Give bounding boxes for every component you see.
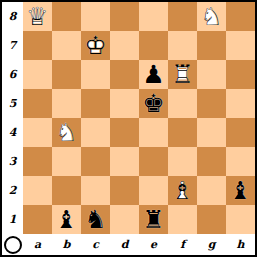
square-h7[interactable] — [226, 31, 255, 60]
piece-black-bishop[interactable]: ♝ — [226, 176, 255, 205]
square-c5[interactable] — [81, 89, 110, 118]
rank-label-7: 7 — [2, 31, 23, 60]
piece-white-knight[interactable]: ♞♘ — [52, 118, 81, 147]
rank-label-8: 8 — [2, 2, 23, 31]
square-f5[interactable] — [168, 89, 197, 118]
square-c8[interactable] — [81, 2, 110, 31]
square-a3[interactable] — [23, 147, 52, 176]
piece-white-king[interactable]: ♚♔ — [81, 31, 110, 60]
square-h2[interactable]: ♝ — [226, 176, 255, 205]
square-e2[interactable] — [139, 176, 168, 205]
square-b8[interactable] — [52, 2, 81, 31]
square-h3[interactable] — [226, 147, 255, 176]
square-b7[interactable] — [52, 31, 81, 60]
rank-labels: 87654321 — [2, 2, 23, 234]
file-label-e: e — [139, 238, 168, 251]
square-f7[interactable] — [168, 31, 197, 60]
rank-label-2: 2 — [2, 176, 23, 205]
square-f2[interactable]: ♝♗ — [168, 176, 197, 205]
square-d4[interactable] — [110, 118, 139, 147]
square-a4[interactable] — [23, 118, 52, 147]
square-e3[interactable] — [139, 147, 168, 176]
piece-black-rook[interactable]: ♜ — [139, 205, 168, 234]
square-f8[interactable] — [168, 2, 197, 31]
square-a2[interactable] — [23, 176, 52, 205]
piece-black-knight[interactable]: ♞ — [81, 205, 110, 234]
square-g3[interactable] — [197, 147, 226, 176]
piece-black-king[interactable]: ♚ — [139, 89, 168, 118]
square-g1[interactable] — [197, 205, 226, 234]
rank-label-1: 1 — [2, 205, 23, 234]
square-f3[interactable] — [168, 147, 197, 176]
rank-label-6: 6 — [2, 60, 23, 89]
square-e7[interactable] — [139, 31, 168, 60]
square-f4[interactable] — [168, 118, 197, 147]
square-d6[interactable] — [110, 60, 139, 89]
square-b2[interactable] — [52, 176, 81, 205]
square-g6[interactable] — [197, 60, 226, 89]
square-b3[interactable] — [52, 147, 81, 176]
square-b6[interactable] — [52, 60, 81, 89]
square-e1[interactable]: ♜ — [139, 205, 168, 234]
square-b5[interactable] — [52, 89, 81, 118]
piece-white-knight[interactable]: ♞♘ — [197, 2, 226, 31]
square-h4[interactable] — [226, 118, 255, 147]
square-g5[interactable] — [197, 89, 226, 118]
piece-white-bishop[interactable]: ♝♗ — [168, 176, 197, 205]
square-d5[interactable] — [110, 89, 139, 118]
square-c4[interactable] — [81, 118, 110, 147]
chess-diagram: 87654321 ♛♕♞♘♚♔♟♜♖♚♞♘♝♗♝♝♞♜ abcdefgh — [0, 0, 257, 257]
file-label-c: c — [81, 238, 110, 251]
square-a1[interactable] — [23, 205, 52, 234]
square-e4[interactable] — [139, 118, 168, 147]
square-c7[interactable]: ♚♔ — [81, 31, 110, 60]
square-f6[interactable]: ♜♖ — [168, 60, 197, 89]
chess-board: ♛♕♞♘♚♔♟♜♖♚♞♘♝♗♝♝♞♜ — [23, 2, 255, 234]
file-label-h: h — [226, 238, 255, 251]
square-c6[interactable] — [81, 60, 110, 89]
square-d2[interactable] — [110, 176, 139, 205]
square-d8[interactable] — [110, 2, 139, 31]
square-b1[interactable]: ♝ — [52, 205, 81, 234]
rank-label-3: 3 — [2, 147, 23, 176]
square-b4[interactable]: ♞♘ — [52, 118, 81, 147]
piece-white-rook[interactable]: ♜♖ — [168, 60, 197, 89]
square-h6[interactable] — [226, 60, 255, 89]
square-d7[interactable] — [110, 31, 139, 60]
square-c2[interactable] — [81, 176, 110, 205]
square-c3[interactable] — [81, 147, 110, 176]
piece-white-queen[interactable]: ♛♕ — [23, 2, 52, 31]
square-h5[interactable] — [226, 89, 255, 118]
rank-label-5: 5 — [2, 89, 23, 118]
file-label-a: a — [23, 238, 52, 251]
bottom-strip: abcdefgh — [2, 234, 23, 255]
file-label-g: g — [197, 238, 226, 251]
square-f1[interactable] — [168, 205, 197, 234]
file-label-d: d — [110, 238, 139, 251]
rank-label-4: 4 — [2, 118, 23, 147]
square-e6[interactable]: ♟ — [139, 60, 168, 89]
square-a5[interactable] — [23, 89, 52, 118]
square-g7[interactable] — [197, 31, 226, 60]
square-c1[interactable]: ♞ — [81, 205, 110, 234]
file-label-f: f — [168, 238, 197, 251]
file-label-b: b — [52, 238, 81, 251]
square-e8[interactable] — [139, 2, 168, 31]
piece-black-pawn[interactable]: ♟ — [139, 60, 168, 89]
square-d3[interactable] — [110, 147, 139, 176]
square-a7[interactable] — [23, 31, 52, 60]
piece-black-bishop[interactable]: ♝ — [52, 205, 81, 234]
square-a6[interactable] — [23, 60, 52, 89]
square-g4[interactable] — [197, 118, 226, 147]
square-g2[interactable] — [197, 176, 226, 205]
square-g8[interactable]: ♞♘ — [197, 2, 226, 31]
square-d1[interactable] — [110, 205, 139, 234]
white-to-move-indicator — [4, 236, 22, 254]
square-a8[interactable]: ♛♕ — [23, 2, 52, 31]
square-h8[interactable] — [226, 2, 255, 31]
square-e5[interactable]: ♚ — [139, 89, 168, 118]
square-h1[interactable] — [226, 205, 255, 234]
